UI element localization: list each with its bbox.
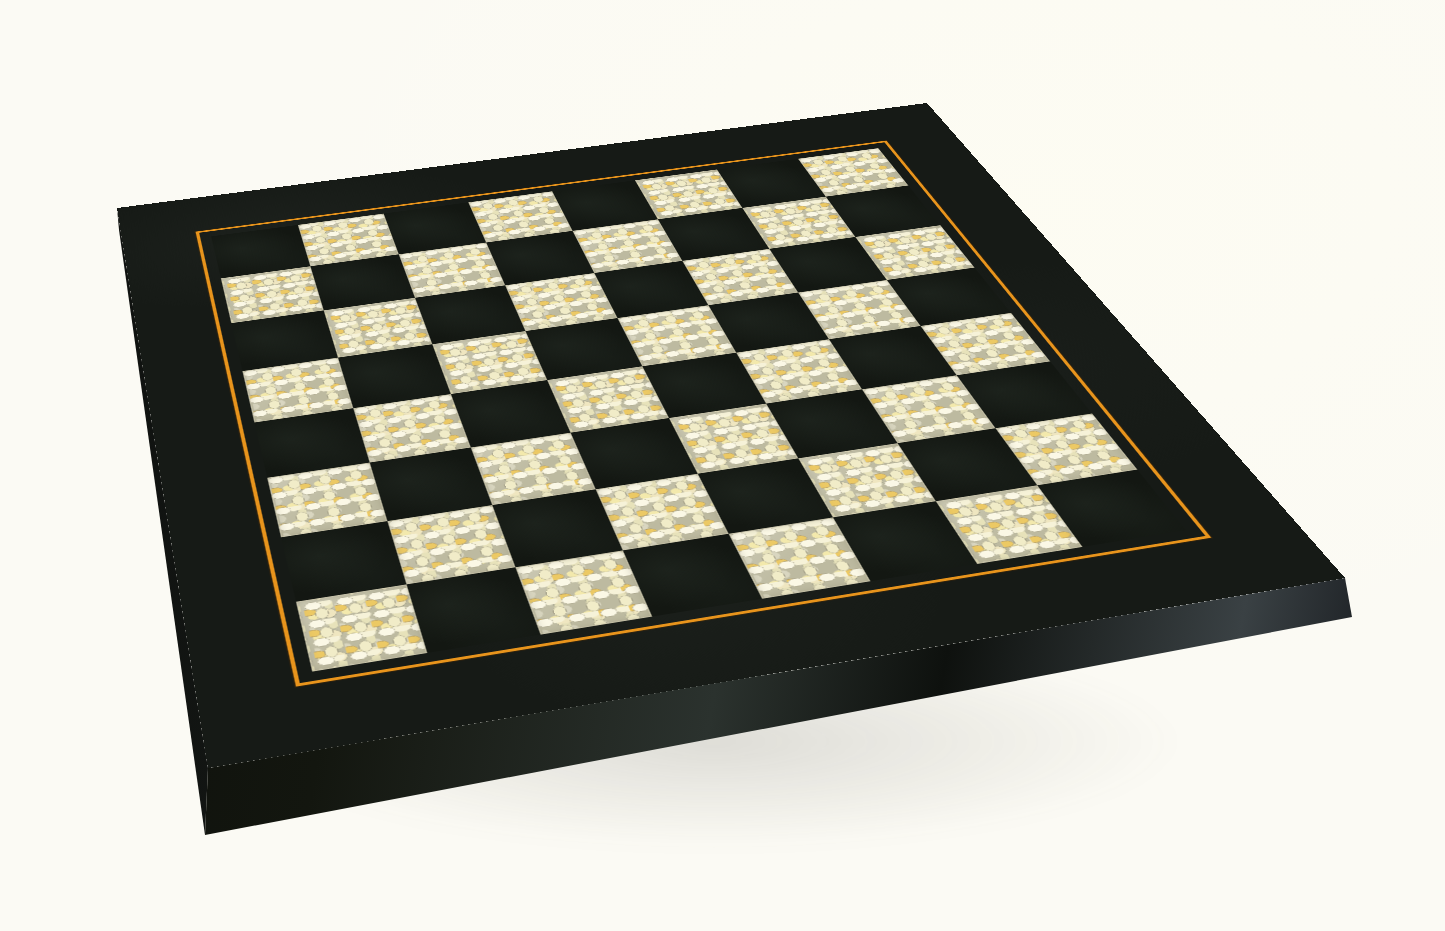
photo-backdrop xyxy=(0,0,1445,931)
